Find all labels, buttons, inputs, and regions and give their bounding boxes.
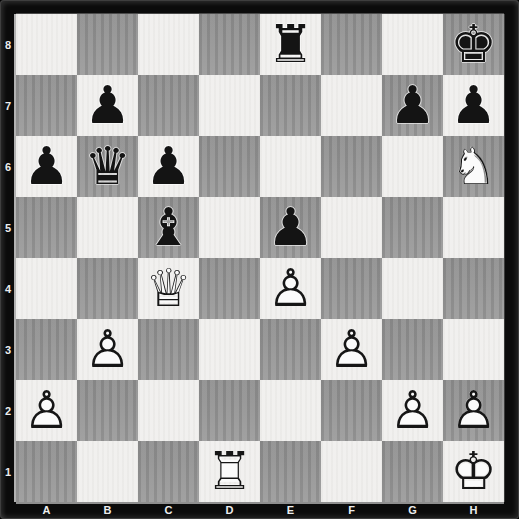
square-d5[interactable] <box>199 197 260 258</box>
square-a6[interactable]: ♟ <box>16 136 77 197</box>
piece-glyph: ♟ <box>389 75 436 135</box>
square-g1[interactable] <box>382 441 443 502</box>
square-h8[interactable]: ♚ <box>443 14 504 75</box>
square-a5[interactable] <box>16 197 77 258</box>
square-b7[interactable]: ♟ <box>77 75 138 136</box>
piece-white-rook: ♜♖ <box>206 445 253 497</box>
piece-white-king: ♚♔ <box>450 445 497 497</box>
rank-label-8: 8 <box>0 14 16 75</box>
square-f2[interactable] <box>321 380 382 441</box>
square-c2[interactable] <box>138 380 199 441</box>
square-a1[interactable] <box>16 441 77 502</box>
square-c3[interactable] <box>138 319 199 380</box>
file-label-e: E <box>260 501 321 518</box>
file-label-c: C <box>138 501 199 518</box>
piece-outline-glyph: ♙ <box>450 384 497 436</box>
piece-outline-glyph: ♖ <box>206 445 253 497</box>
file-label-g: G <box>382 501 443 518</box>
rank-label-5: 5 <box>0 197 16 258</box>
square-g7[interactable]: ♟ <box>382 75 443 136</box>
piece-glyph: ♚ <box>450 14 497 74</box>
square-g6[interactable] <box>382 136 443 197</box>
file-label-h: H <box>443 501 504 518</box>
piece-glyph: ♟ <box>84 75 131 135</box>
square-e2[interactable] <box>260 380 321 441</box>
piece-black-bishop: ♝ <box>145 201 192 253</box>
square-g4[interactable] <box>382 258 443 319</box>
square-d2[interactable] <box>199 380 260 441</box>
square-g5[interactable] <box>382 197 443 258</box>
square-e1[interactable] <box>260 441 321 502</box>
square-c8[interactable] <box>138 14 199 75</box>
piece-white-pawn: ♟♙ <box>23 384 70 436</box>
file-label-a: A <box>16 501 77 518</box>
square-f3[interactable]: ♟♙ <box>321 319 382 380</box>
rank-labels: 87654321 <box>0 14 16 502</box>
square-d1[interactable]: ♜♖ <box>199 441 260 502</box>
square-d6[interactable] <box>199 136 260 197</box>
square-c6[interactable]: ♟ <box>138 136 199 197</box>
rank-label-7: 7 <box>0 75 16 136</box>
square-b6[interactable]: ♛ <box>77 136 138 197</box>
piece-black-king: ♚ <box>450 18 497 70</box>
piece-black-pawn: ♟ <box>84 79 131 131</box>
square-b1[interactable] <box>77 441 138 502</box>
square-g8[interactable] <box>382 14 443 75</box>
piece-outline-glyph: ♕ <box>145 262 192 314</box>
piece-outline-glyph: ♙ <box>267 262 314 314</box>
square-h6[interactable]: ♞♘ <box>443 136 504 197</box>
square-h7[interactable]: ♟ <box>443 75 504 136</box>
piece-glyph: ♛ <box>84 136 131 196</box>
file-label-d: D <box>199 501 260 518</box>
piece-black-pawn: ♟ <box>23 140 70 192</box>
square-e3[interactable] <box>260 319 321 380</box>
rank-label-6: 6 <box>0 136 16 197</box>
piece-glyph: ♝ <box>145 197 192 257</box>
square-h2[interactable]: ♟♙ <box>443 380 504 441</box>
square-h4[interactable] <box>443 258 504 319</box>
piece-outline-glyph: ♙ <box>328 323 375 375</box>
rank-label-1: 1 <box>0 441 16 502</box>
square-d3[interactable] <box>199 319 260 380</box>
square-a2[interactable]: ♟♙ <box>16 380 77 441</box>
square-d4[interactable] <box>199 258 260 319</box>
square-f1[interactable] <box>321 441 382 502</box>
piece-black-pawn: ♟ <box>267 201 314 253</box>
square-f8[interactable] <box>321 14 382 75</box>
piece-outline-glyph: ♙ <box>23 384 70 436</box>
chess-board: ♜♚♟♟♟♟♛♟♞♘♝♟♛♕♟♙♟♙♟♙♟♙♟♙♟♙♜♖♚♔ <box>16 14 504 502</box>
square-h3[interactable] <box>443 319 504 380</box>
square-e5[interactable]: ♟ <box>260 197 321 258</box>
square-d8[interactable] <box>199 14 260 75</box>
square-c7[interactable] <box>138 75 199 136</box>
square-h1[interactable]: ♚♔ <box>443 441 504 502</box>
square-c1[interactable] <box>138 441 199 502</box>
square-b3[interactable]: ♟♙ <box>77 319 138 380</box>
square-h5[interactable] <box>443 197 504 258</box>
piece-white-pawn: ♟♙ <box>450 384 497 436</box>
square-b2[interactable] <box>77 380 138 441</box>
square-g3[interactable] <box>382 319 443 380</box>
square-c4[interactable]: ♛♕ <box>138 258 199 319</box>
square-b4[interactable] <box>77 258 138 319</box>
square-e6[interactable] <box>260 136 321 197</box>
piece-outline-glyph: ♙ <box>389 384 436 436</box>
square-a3[interactable] <box>16 319 77 380</box>
piece-glyph: ♟ <box>450 75 497 135</box>
piece-black-pawn: ♟ <box>450 79 497 131</box>
piece-black-pawn: ♟ <box>145 140 192 192</box>
square-e4[interactable]: ♟♙ <box>260 258 321 319</box>
square-b5[interactable] <box>77 197 138 258</box>
square-e7[interactable] <box>260 75 321 136</box>
piece-white-pawn: ♟♙ <box>267 262 314 314</box>
square-a4[interactable] <box>16 258 77 319</box>
piece-glyph: ♜ <box>267 14 314 74</box>
square-e8[interactable]: ♜ <box>260 14 321 75</box>
piece-white-knight: ♞♘ <box>450 140 497 192</box>
square-f5[interactable] <box>321 197 382 258</box>
piece-outline-glyph: ♙ <box>84 323 131 375</box>
square-g2[interactable]: ♟♙ <box>382 380 443 441</box>
piece-glyph: ♟ <box>267 197 314 257</box>
piece-glyph: ♟ <box>23 136 70 196</box>
file-label-b: B <box>77 501 138 518</box>
file-labels: ABCDEFGH <box>16 501 504 518</box>
piece-white-queen: ♛♕ <box>145 262 192 314</box>
square-d7[interactable] <box>199 75 260 136</box>
square-c5[interactable]: ♝ <box>138 197 199 258</box>
piece-white-pawn: ♟♙ <box>84 323 131 375</box>
piece-black-pawn: ♟ <box>389 79 436 131</box>
square-b8[interactable] <box>77 14 138 75</box>
square-f6[interactable] <box>321 136 382 197</box>
rank-label-2: 2 <box>0 380 16 441</box>
piece-black-rook: ♜ <box>267 18 314 70</box>
square-a8[interactable] <box>16 14 77 75</box>
piece-outline-glyph: ♔ <box>450 445 497 497</box>
square-f7[interactable] <box>321 75 382 136</box>
piece-white-pawn: ♟♙ <box>328 323 375 375</box>
board-frame: 87654321 ♜♚♟♟♟♟♛♟♞♘♝♟♛♕♟♙♟♙♟♙♟♙♟♙♟♙♜♖♚♔ … <box>0 0 519 519</box>
rank-label-3: 3 <box>0 319 16 380</box>
rank-label-4: 4 <box>0 258 16 319</box>
square-a7[interactable] <box>16 75 77 136</box>
piece-black-queen: ♛ <box>84 140 131 192</box>
piece-glyph: ♟ <box>145 136 192 196</box>
piece-outline-glyph: ♘ <box>450 140 497 192</box>
square-f4[interactable] <box>321 258 382 319</box>
file-label-f: F <box>321 501 382 518</box>
piece-white-pawn: ♟♙ <box>389 384 436 436</box>
